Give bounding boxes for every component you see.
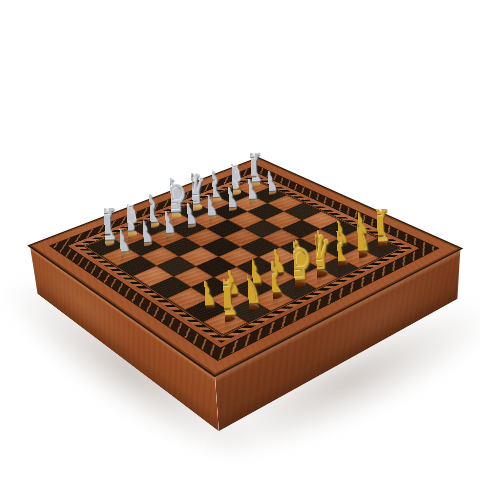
board-square bbox=[117, 256, 156, 276]
scene: ♜♟♟♜♞♟♟♞♝♟♟♝♛♟♟♛♚♟♟♚♝♟♟♝♞♟♟♞♜♟♟♜ bbox=[0, 0, 480, 480]
gold-knight: ♞ bbox=[357, 223, 359, 258]
silver-pawn: ♟ bbox=[120, 229, 121, 255]
piece-glyph: ♟ bbox=[218, 186, 240, 209]
silver-rook: ♜ bbox=[104, 208, 106, 246]
silver-pawn: ♟ bbox=[228, 186, 229, 211]
silver-pawn: ♟ bbox=[186, 203, 187, 228]
chess-board: ♜♟♟♜♞♟♟♞♝♟♟♝♛♟♟♛♚♟♟♚♝♟♟♝♞♟♟♞♜♟♟♜ bbox=[27, 157, 463, 377]
piece-glyph: ♟ bbox=[176, 202, 198, 226]
gold-bishop: ♝ bbox=[336, 231, 338, 268]
gold-queen: ♛ bbox=[315, 235, 317, 278]
photo-stage: ♜♟♟♜♞♟♟♞♝♟♟♝♛♟♟♛♚♟♟♚♝♟♟♝♞♟♟♞♜♟♟♜ bbox=[0, 0, 480, 480]
piece-glyph: ♜ bbox=[205, 278, 244, 319]
silver-pawn: ♟ bbox=[248, 179, 249, 203]
piece-glyph: ♟ bbox=[154, 211, 177, 235]
piece-glyph: ♟ bbox=[257, 170, 278, 192]
piece-glyph: ♟ bbox=[132, 220, 155, 244]
silver-pawn: ♟ bbox=[142, 220, 143, 246]
piece-glyph: ♟ bbox=[197, 194, 219, 217]
gold-rook: ♜ bbox=[377, 209, 379, 248]
piece-glyph: ♟ bbox=[238, 178, 259, 201]
silver-pawn: ♟ bbox=[207, 195, 208, 220]
silver-pawn: ♟ bbox=[165, 211, 166, 237]
gold-bishop: ♝ bbox=[271, 261, 273, 299]
silver-pawn: ♟ bbox=[267, 171, 268, 195]
board-square: ♜ bbox=[203, 310, 247, 334]
gold-rook: ♜ bbox=[223, 279, 225, 322]
camera-tilt: ♜♟♟♜♞♟♟♞♝♟♟♝♛♟♟♛♚♟♟♚♝♟♟♝♞♟♟♞♜♟♟♜ bbox=[0, 0, 480, 480]
gold-king: ♚ bbox=[293, 241, 295, 288]
piece-glyph: ♟ bbox=[108, 229, 131, 254]
gold-knight: ♞ bbox=[247, 273, 249, 310]
